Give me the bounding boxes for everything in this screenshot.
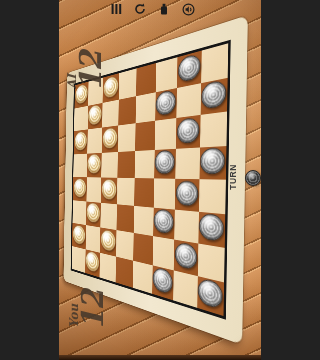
square-r5c2[interactable] xyxy=(86,177,101,202)
silver-piece[interactable] xyxy=(201,79,227,110)
menu-icon xyxy=(111,3,122,15)
square-r1c4[interactable] xyxy=(119,68,137,99)
square-r4c4[interactable] xyxy=(117,151,135,178)
square-r6c4[interactable] xyxy=(116,204,134,233)
square-r1c8[interactable] xyxy=(201,43,228,82)
square-r2c4[interactable] xyxy=(118,96,136,126)
square-r6c1[interactable] xyxy=(72,200,86,225)
gold-piece[interactable] xyxy=(88,104,102,126)
silver-piece[interactable] xyxy=(199,213,225,242)
sound-button[interactable] xyxy=(182,3,194,15)
square-r2c6[interactable] xyxy=(155,88,177,121)
silver-piece[interactable] xyxy=(177,117,200,144)
square-r3c3[interactable] xyxy=(102,125,118,152)
square-r8c4[interactable] xyxy=(115,256,133,288)
square-r2c1[interactable] xyxy=(74,106,88,132)
toolbar xyxy=(59,2,245,16)
silver-piece[interactable] xyxy=(176,180,199,206)
square-r3c4[interactable] xyxy=(118,123,136,151)
sound-icon xyxy=(182,3,195,16)
gold-piece[interactable] xyxy=(74,131,87,151)
square-r3c5[interactable] xyxy=(135,121,155,151)
square-r5c1[interactable] xyxy=(73,177,87,201)
square-r8c5[interactable] xyxy=(133,260,153,293)
piece-button[interactable] xyxy=(158,3,170,15)
square-r6c2[interactable] xyxy=(86,201,101,227)
restart-button[interactable] xyxy=(134,3,146,15)
silver-piece[interactable] xyxy=(154,209,174,235)
square-r6c8[interactable] xyxy=(198,211,225,248)
square-r4c1[interactable] xyxy=(73,153,87,177)
gold-piece[interactable] xyxy=(100,229,115,252)
square-r8c8[interactable] xyxy=(197,276,224,316)
gold-piece[interactable] xyxy=(102,127,117,149)
square-r8c7[interactable] xyxy=(173,270,197,308)
silver-piece[interactable] xyxy=(174,241,197,270)
gold-piece[interactable] xyxy=(87,154,101,174)
square-r1c5[interactable] xyxy=(136,63,156,96)
square-r7c2[interactable] xyxy=(85,225,100,252)
turn-label: TURN xyxy=(219,164,247,190)
gold-piece[interactable] xyxy=(86,202,100,223)
you-score-label: You 12 xyxy=(68,270,102,330)
square-r5c4[interactable] xyxy=(117,178,135,206)
square-r4c7[interactable] xyxy=(175,147,199,179)
you-piece-count: 12 xyxy=(78,270,108,330)
menu-button[interactable] xyxy=(110,3,122,15)
gold-piece[interactable] xyxy=(73,178,86,197)
gold-piece[interactable] xyxy=(73,224,86,245)
square-r4c5[interactable] xyxy=(135,150,155,179)
silver-piece[interactable] xyxy=(156,89,177,116)
square-r2c7[interactable] xyxy=(176,83,200,118)
square-r3c6[interactable] xyxy=(154,118,176,150)
square-r6c6[interactable] xyxy=(153,207,175,239)
square-r4c2[interactable] xyxy=(87,153,102,178)
square-r8c6[interactable] xyxy=(152,265,174,300)
square-r1c7[interactable] xyxy=(177,51,201,88)
piece-icon xyxy=(158,3,170,15)
silver-piece[interactable] xyxy=(198,278,223,311)
square-r7c1[interactable] xyxy=(72,223,86,249)
bottom-bar xyxy=(59,355,261,360)
square-r7c4[interactable] xyxy=(116,230,134,260)
square-r6c7[interactable] xyxy=(174,209,198,243)
square-r3c2[interactable] xyxy=(87,128,102,154)
ai-piece-count: 12 xyxy=(76,31,106,91)
turn-indicator-piece xyxy=(245,170,261,186)
square-r2c2[interactable] xyxy=(88,103,103,130)
square-r6c5[interactable] xyxy=(134,205,154,236)
square-r5c5[interactable] xyxy=(134,178,154,207)
ai-score-label: AI 12 xyxy=(66,31,100,91)
silver-piece[interactable] xyxy=(155,150,176,174)
square-r5c6[interactable] xyxy=(153,178,175,209)
square-r4c3[interactable] xyxy=(101,152,117,178)
square-r2c8[interactable] xyxy=(200,77,227,115)
silver-piece[interactable] xyxy=(153,267,173,296)
square-r4c6[interactable] xyxy=(154,148,176,178)
restart-icon xyxy=(134,3,146,15)
square-r6c3[interactable] xyxy=(100,202,116,230)
square-r1c6[interactable] xyxy=(155,57,177,92)
square-r2c3[interactable] xyxy=(102,99,118,127)
gold-piece[interactable] xyxy=(101,179,116,200)
square-r3c1[interactable] xyxy=(74,129,88,154)
square-r3c8[interactable] xyxy=(200,111,227,147)
square-r7c3[interactable] xyxy=(100,227,116,256)
square-r3c7[interactable] xyxy=(176,115,200,148)
silver-piece[interactable] xyxy=(178,53,201,83)
square-r5c7[interactable] xyxy=(175,179,199,212)
square-r8c1[interactable] xyxy=(72,246,86,273)
square-r5c3[interactable] xyxy=(101,177,117,203)
app-screen: AI 12 You 12 TURN xyxy=(59,0,261,360)
square-r2c5[interactable] xyxy=(136,92,156,123)
